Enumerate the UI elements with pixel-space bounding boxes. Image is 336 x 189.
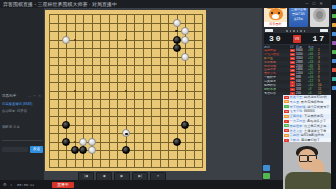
streamer-shirt (285, 172, 334, 189)
chat-username[interactable]: 棋道人生: (290, 129, 305, 133)
left-panel-line: 自动回复: 已开启 (2, 109, 43, 113)
level-badge: 12 (290, 69, 295, 72)
window-title: 弈客围棋直播 - 三星杯世界围棋大师赛 · 对局直播中 (3, 1, 117, 7)
chat-level-badge: 22 (284, 115, 289, 118)
chat-level-badge: 30 (284, 100, 289, 103)
settings-icon[interactable]: ⚙ (3, 182, 7, 187)
fox-muzzle-icon (272, 14, 279, 19)
white-stone-chip (320, 29, 328, 33)
level-badge: 7 (290, 88, 295, 91)
bottom-bar: 00:36:12 直播中 ⚙♪ (0, 180, 331, 189)
chat-text: 右上角定式少见 (304, 124, 326, 128)
players-info-row (264, 29, 329, 33)
white-stone-E4 (79, 138, 87, 146)
desktop-icon[interactable] (332, 41, 336, 45)
star-point (74, 90, 76, 92)
toolbar-icon[interactable] (263, 173, 270, 179)
white-stone-F4 (88, 138, 96, 146)
avatar-image-detail (316, 11, 323, 19)
white-stone-R17 (181, 27, 189, 35)
desktop-icon[interactable] (332, 59, 336, 63)
black-stone-Q15 (173, 44, 181, 52)
go-board[interactable] (45, 10, 206, 171)
streamer-webcam (283, 142, 336, 189)
chat-text: 666666 (304, 109, 315, 113)
level-badge: 10 (290, 77, 295, 80)
black-stone-K3 (122, 146, 130, 154)
stream-timer: 00:36:12 (17, 183, 34, 187)
black-stone-Q4 (173, 138, 181, 146)
mini-toolbar (263, 165, 270, 181)
chat-text: 下边黑棋厚实 (304, 114, 323, 118)
chat-username[interactable]: 一力辽粉丝: (290, 119, 308, 123)
left-panel-input[interactable] (2, 147, 28, 152)
desktop-icon[interactable] (332, 14, 336, 18)
desktop-icon[interactable] (332, 77, 336, 81)
level-badge: 9 (290, 81, 295, 84)
black-stone-C4 (62, 138, 70, 146)
star-point (176, 90, 178, 92)
match-card-line: 第18手 (289, 17, 308, 22)
black-stone-Q16 (173, 36, 181, 44)
black-stone-R6 (181, 121, 189, 129)
chat-text: 白K5是AI推荐吗 (301, 133, 324, 137)
fox-eye-icon (271, 12, 273, 14)
grid-line (49, 116, 203, 117)
left-panel-line[interactable]: 已连接直播间 (8848) (2, 102, 43, 106)
fox-eye-icon (278, 12, 280, 14)
window-control-✕[interactable]: ✕ (319, 1, 323, 6)
star-point (125, 39, 127, 41)
chat-level-badge: 12 (284, 96, 289, 99)
grid-line (49, 108, 203, 109)
left-panel-title: 弹幕助手 (2, 94, 16, 98)
white-stone-K5 (122, 129, 130, 137)
black-player-caption: 弈客围棋 (264, 22, 287, 27)
star-point (125, 90, 127, 92)
glasses-icon (299, 155, 308, 162)
black-stone-E3 (79, 146, 87, 154)
divider (2, 140, 42, 141)
desktop-icon[interactable] (332, 50, 336, 54)
star-point (74, 39, 76, 41)
grid-line (49, 167, 203, 168)
chat-username[interactable]: 云观棋: (290, 133, 301, 137)
black-stone-chip (265, 29, 273, 33)
level-badge: 14 (290, 65, 295, 68)
grid-line (194, 14, 195, 168)
grid-line (151, 14, 152, 168)
chat-text: 白棋这手K5好棋 (304, 95, 327, 99)
chat-username[interactable]: 江南棋客: (290, 114, 305, 118)
vs-badge: VS (293, 35, 301, 43)
level-badge: 16 (290, 57, 295, 60)
chat-text: 主播讲讲左下角 (304, 129, 326, 133)
chat-level-badge: 8 (284, 105, 289, 108)
capture-counter-bar: 30 VS 17 (264, 33, 329, 44)
window-controls: ─□✕ (305, 1, 323, 6)
desktop-icon[interactable] (332, 86, 336, 90)
dots-separator (286, 30, 305, 32)
chat-username[interactable]: 飞天小将: (290, 109, 305, 113)
grid-line (168, 14, 169, 168)
left-panel-line: 屏蔽词: 0 条 (2, 125, 43, 129)
screen: 弈客围棋直播 - 三星杯世界围棋大师赛 · 对局直播中 ─□✕ 弹幕助手 ─ □… (0, 0, 336, 189)
desktop-icon[interactable] (332, 23, 336, 27)
window-control-□[interactable]: □ (313, 1, 316, 6)
desktop-icon[interactable] (332, 5, 336, 9)
star-point (125, 141, 127, 143)
white-stone-F3 (88, 146, 96, 154)
go-board-grid (49, 14, 203, 168)
level-badge: 18 (290, 53, 295, 56)
chat-level-badge: 11 (284, 129, 289, 132)
chat-username[interactable]: 天元星: (290, 100, 301, 104)
grid-line (49, 125, 203, 126)
level-badge: 20 (290, 49, 295, 52)
window-control-─[interactable]: ─ (305, 1, 308, 6)
black-player-avatar[interactable]: 弈客围棋 (264, 5, 287, 27)
toolbar-icon[interactable] (263, 165, 270, 171)
white-stone-R16 (181, 36, 189, 44)
left-chat-helper-panel: 弹幕助手 ─ □ ✕ 已连接直播间 (8848)自动回复: 已开启屏蔽词: 0 … (0, 8, 44, 180)
desktop-icon[interactable] (332, 32, 336, 36)
chat-text: AI胜率多少了 (307, 119, 326, 123)
star-point (74, 141, 76, 143)
white-stone-Q18 (173, 19, 181, 27)
grid-line (134, 14, 135, 168)
chat-username[interactable]: 棋迷小王: (290, 95, 305, 99)
grid-line (49, 159, 203, 160)
chat-level-badge: 9 (284, 120, 289, 123)
sound-icon[interactable]: ♪ (10, 182, 12, 187)
white-counter: 17 (312, 34, 326, 43)
white-stone-C16 (62, 36, 70, 44)
window-titlebar: 弈客围棋直播 - 三星杯世界围棋大师赛 · 对局直播中 ─□✕ (0, 0, 331, 8)
white-player-avatar[interactable] (310, 5, 329, 27)
grid-line (49, 99, 203, 100)
black-counter: 30 (269, 34, 283, 43)
white-stone-R14 (181, 53, 189, 61)
chat-level-badge: 15 (284, 110, 289, 113)
send-button[interactable]: 发送 (30, 146, 43, 153)
rank-table-rows: 福禄寿喜206666+881小飞刀棋社185200+662弈小鱼163300+5… (264, 49, 329, 96)
live-button[interactable]: 直播中 (52, 182, 74, 189)
grid-line (202, 14, 203, 168)
rank-table[interactable]: 昵称LV弈豆名次 福禄寿喜206666+881小飞刀棋社185200+662弈小… (264, 45, 329, 96)
chat-username[interactable]: 黑白世界: (290, 124, 305, 128)
chat-text: 黑方实地领先吧 (301, 100, 323, 104)
chat-level-badge: 25 (284, 134, 289, 137)
chat-level-badge: 18 (284, 124, 289, 127)
black-stone-C6 (62, 121, 70, 129)
left-panel-window-glyphs[interactable]: ─ □ ✕ (28, 94, 42, 98)
match-info-card: 三星杯直播黑贴7.5目第18手 (289, 5, 308, 27)
desktop-icon[interactable] (332, 68, 336, 72)
level-badge: 8 (290, 84, 295, 87)
grid-line (160, 14, 161, 168)
point-marker-Q17 (175, 30, 177, 32)
black-stone-D3 (71, 146, 79, 154)
grid-line (143, 14, 144, 168)
last-move-marker (125, 133, 128, 136)
chat-text: 这个定式黑亏了 (307, 105, 329, 109)
chat-username[interactable]: 爱下棋的猫: (290, 105, 308, 109)
desktop-icon-strip (331, 0, 336, 189)
level-badge: 15 (290, 61, 295, 64)
level-badge: 12 (290, 73, 295, 76)
